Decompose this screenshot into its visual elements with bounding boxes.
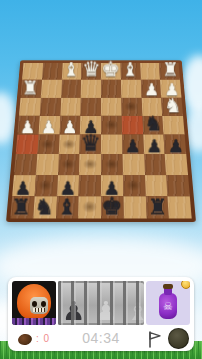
square-h6[interactable] [165,154,188,174]
square-f1[interactable]: ♝ [120,63,140,80]
square-c2[interactable] [61,80,81,98]
chess-piece-white-b[interactable]: ♝ [122,62,139,80]
square-h8[interactable] [168,196,192,218]
square-b3[interactable] [40,97,61,115]
captured-pieces-tray: ♟♟♝ [58,281,144,325]
chess-piece-white-p[interactable]: ♟ [62,118,78,135]
chess-piece-black-n[interactable]: ♞ [144,115,162,134]
square-e6[interactable] [101,154,123,174]
monster-avatar-image [17,284,51,320]
square-g1[interactable] [140,63,160,80]
flag-button[interactable] [144,329,164,349]
square-a8[interactable]: ♜ [10,196,34,218]
square-d8[interactable] [78,196,101,218]
square-g8[interactable]: ♜ [145,196,169,218]
square-d6[interactable] [79,154,101,174]
square-g6[interactable] [144,154,167,174]
chess-piece-black-p[interactable]: ♟ [146,137,162,154]
square-f5[interactable]: ♟ [122,135,144,155]
square-a4[interactable]: ♟ [17,116,39,135]
square-g2[interactable]: ♟ [140,80,161,98]
chess-board[interactable]: ♝♛♚♝♜♜♟♟♞♟♟♟♟♞♛♟♟♟♟♟♟♜♞♝♚♜ [6,60,196,222]
chess-piece-white-p[interactable]: ♟ [144,81,159,97]
chess-piece-white-r[interactable]: ♜ [162,62,179,80]
square-a7[interactable]: ♟ [12,175,36,196]
chess-piece-white-b[interactable]: ♝ [63,62,80,80]
square-b2[interactable] [41,80,62,98]
chess-piece-black-p[interactable]: ♟ [125,137,141,154]
square-b1[interactable] [42,63,62,80]
square-h4[interactable] [162,116,184,135]
square-d7[interactable] [79,175,101,196]
chess-piece-black-n[interactable]: ♞ [34,198,54,219]
square-e1[interactable]: ♚ [101,63,121,80]
chess-piece-black-q[interactable]: ♛ [80,133,100,154]
square-f6[interactable] [122,154,144,174]
square-a6[interactable] [14,154,37,174]
square-f2[interactable] [121,80,141,98]
square-c4[interactable]: ♟ [59,116,80,135]
square-b8[interactable]: ♞ [33,196,57,218]
square-f4[interactable] [121,116,142,135]
jail-bars-icon [58,281,144,325]
square-h3[interactable]: ♞ [161,97,183,115]
square-c6[interactable] [58,154,80,174]
square-f3[interactable] [121,97,142,115]
flag-icon [144,329,164,349]
game-info-panel: ♟♟♝ ☠ : 0 04:34 [8,277,194,351]
square-e3[interactable] [101,97,121,115]
square-d3[interactable] [81,97,101,115]
square-d2[interactable] [81,80,101,98]
board-perspective-wrap: ♝♛♚♝♜♜♟♟♞♟♟♟♟♞♛♟♟♟♟♟♟♜♞♝♚♜ [6,60,196,222]
square-c1[interactable]: ♝ [62,63,82,80]
potion-bottle-icon: ☠ [159,293,177,319]
chess-piece-black-p[interactable]: ♟ [168,137,184,154]
square-h7[interactable] [166,175,190,196]
player-color-disc [168,328,189,349]
square-e4[interactable] [101,116,122,135]
square-f8[interactable] [123,196,146,218]
square-e2[interactable] [101,80,121,98]
player-avatar[interactable] [12,281,56,325]
square-c3[interactable] [60,97,81,115]
opponent-avatar[interactable]: ☠ [146,281,190,325]
chess-piece-white-p[interactable]: ♟ [20,118,36,135]
square-g7[interactable] [144,175,167,196]
square-a2[interactable]: ♜ [21,80,42,98]
chess-piece-white-q[interactable]: ♛ [82,60,101,80]
chess-piece-white-r[interactable]: ♜ [22,79,39,97]
square-h5[interactable]: ♟ [164,135,187,155]
square-d5[interactable]: ♛ [80,135,101,155]
smiley-badge-icon [181,281,190,289]
square-b7[interactable] [34,175,57,196]
square-b6[interactable] [36,154,59,174]
square-b5[interactable] [37,135,59,155]
square-g5[interactable]: ♟ [143,135,165,155]
chess-app-screen: ♝♛♚♝♜♜♟♟♞♟♟♟♟♞♛♟♟♟♟♟♟♜♞♝♚♜ ♟♟♝ ☠ [0,0,202,359]
chess-piece-white-p[interactable]: ♟ [41,118,57,135]
square-c5[interactable] [58,135,80,155]
square-c7[interactable]: ♟ [57,175,80,196]
skull-icon: ☠ [159,301,177,312]
square-e8[interactable]: ♚ [101,196,124,218]
square-a5[interactable] [16,135,39,155]
square-g4[interactable]: ♞ [142,116,164,135]
chess-piece-black-r[interactable]: ♜ [148,198,168,219]
square-d1[interactable]: ♛ [81,63,101,80]
chess-piece-black-b[interactable]: ♝ [57,198,77,219]
square-h1[interactable]: ♜ [159,63,180,80]
square-a3[interactable] [19,97,41,115]
square-e5[interactable] [101,135,122,155]
chess-piece-black-r[interactable]: ♜ [12,198,32,219]
square-c8[interactable]: ♝ [56,196,79,218]
game-timer: 04:34 [8,330,194,346]
chess-piece-black-k[interactable]: ♚ [102,196,123,219]
panel-bottom-row: : 0 04:34 [8,327,194,351]
square-b4[interactable]: ♟ [38,116,60,135]
chess-piece-white-n[interactable]: ♞ [164,97,182,116]
chess-piece-white-k[interactable]: ♚ [102,60,121,80]
square-f7[interactable] [123,175,146,196]
